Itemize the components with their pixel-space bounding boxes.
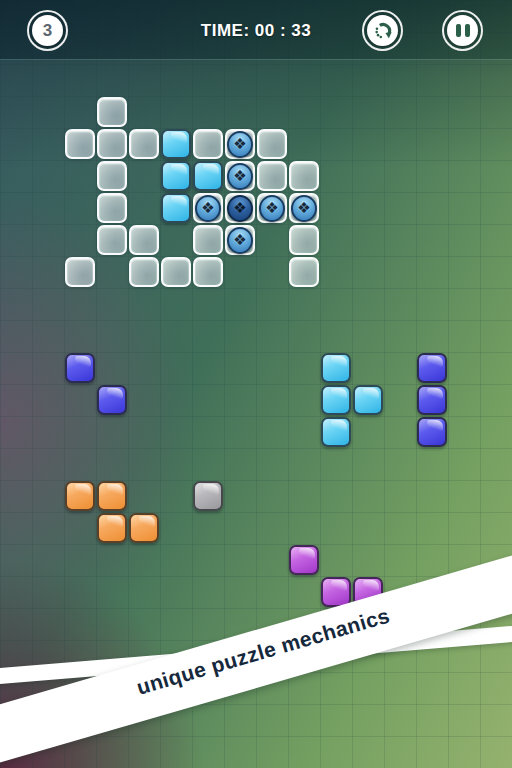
move-icon: ❖	[227, 227, 253, 254]
special-tile[interactable]: ❖	[225, 161, 255, 191]
banner-text: unique puzzle mechanics	[134, 604, 393, 700]
piece-gray-block[interactable]	[193, 481, 223, 511]
glass-tile	[97, 225, 127, 255]
special-tile[interactable]: ❖	[193, 193, 223, 223]
glass-tile	[97, 129, 127, 159]
glass-tile	[129, 225, 159, 255]
cyan-tile	[161, 193, 191, 223]
restart-button[interactable]	[362, 10, 403, 51]
special-tile[interactable]: ❖	[225, 129, 255, 159]
glass-tile	[193, 225, 223, 255]
piece-cyan-block[interactable]	[321, 353, 351, 383]
glass-tile	[65, 129, 95, 159]
move-icon: ❖	[291, 195, 317, 222]
glass-tile	[289, 161, 319, 191]
glass-tile	[289, 257, 319, 287]
cyan-tile	[161, 129, 191, 159]
glass-tile	[97, 97, 127, 127]
glass-tile	[97, 161, 127, 191]
pause-button[interactable]	[442, 10, 483, 51]
restart-icon	[372, 20, 394, 42]
move-icon: ❖	[227, 131, 253, 158]
piece-orange-block[interactable]	[97, 513, 127, 543]
glass-tile	[257, 161, 287, 191]
piece-orange-block[interactable]	[129, 513, 159, 543]
banner: unique puzzle mechanics	[0, 546, 512, 768]
restart-button-disc	[367, 15, 398, 46]
piece-blue-block[interactable]	[65, 353, 95, 383]
piece-blue-block[interactable]	[97, 385, 127, 415]
move-icon: ❖	[259, 195, 285, 222]
glass-tile	[193, 129, 223, 159]
glass-tile	[193, 257, 223, 287]
piece-purple-block[interactable]	[289, 545, 319, 575]
game-screen: 3 TIME: 00 : 33 ❖❖❖❖❖❖❖	[0, 0, 512, 768]
special-tile[interactable]: ❖	[225, 225, 255, 255]
glass-tile	[65, 257, 95, 287]
glass-tile	[161, 257, 191, 287]
piece-orange-block[interactable]	[65, 481, 95, 511]
glass-tile	[129, 257, 159, 287]
piece-blue-block[interactable]	[417, 385, 447, 415]
cyan-tile	[193, 161, 223, 191]
piece-cyan-block[interactable]	[321, 417, 351, 447]
piece-cyan-block[interactable]	[353, 385, 383, 415]
glass-tile	[257, 129, 287, 159]
move-icon: ❖	[195, 195, 221, 222]
piece-blue-block[interactable]	[417, 353, 447, 383]
piece-blue-block[interactable]	[417, 417, 447, 447]
top-bar: 3 TIME: 00 : 33	[0, 0, 512, 60]
cyan-tile	[161, 161, 191, 191]
piece-cyan-block[interactable]	[321, 385, 351, 415]
glass-tile	[289, 225, 319, 255]
special-tile[interactable]: ❖	[289, 193, 319, 223]
timer-label: TIME: 00 : 33	[0, 21, 512, 41]
move-icon: ❖	[227, 163, 253, 190]
special-dark-tile[interactable]: ❖	[225, 193, 255, 223]
glass-tile	[97, 193, 127, 223]
glass-tile	[129, 129, 159, 159]
pause-button-disc	[447, 15, 478, 46]
piece-orange-block[interactable]	[97, 481, 127, 511]
pause-icon	[456, 24, 470, 37]
move-icon: ❖	[227, 195, 253, 222]
special-tile[interactable]: ❖	[257, 193, 287, 223]
